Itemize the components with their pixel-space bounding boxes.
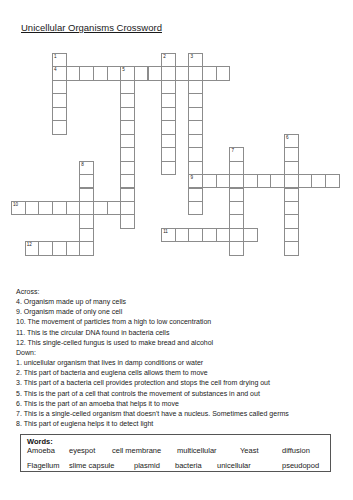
crossword-cell[interactable] xyxy=(66,66,81,80)
crossword-cell[interactable] xyxy=(120,147,135,161)
word-bank-item: pseudopod xyxy=(282,461,319,470)
crossword-cell[interactable] xyxy=(284,174,299,188)
crossword-cell[interactable] xyxy=(161,161,176,175)
crossword-cell[interactable] xyxy=(161,66,176,80)
crossword-cell[interactable] xyxy=(202,174,217,188)
crossword-cell[interactable] xyxy=(311,174,326,188)
crossword-cell[interactable] xyxy=(298,174,313,188)
crossword-cell[interactable] xyxy=(243,228,258,242)
word-bank-item: Yeast xyxy=(240,446,259,455)
crossword-cell[interactable] xyxy=(120,188,135,202)
crossword-cell[interactable] xyxy=(243,174,258,188)
crossword-cell[interactable] xyxy=(52,107,67,121)
crossword-cell[interactable] xyxy=(134,66,149,80)
crossword-cell[interactable] xyxy=(120,161,135,175)
clue-number: 6 xyxy=(286,135,289,141)
clue-number: 5 xyxy=(122,67,125,73)
crossword-cell[interactable] xyxy=(202,228,217,242)
word-bank-item: cell membrane xyxy=(112,446,161,455)
crossword-cell[interactable] xyxy=(120,93,135,107)
crossword-cell[interactable] xyxy=(161,80,176,94)
crossword-cell[interactable] xyxy=(107,66,122,80)
across-clues: Across: 4. Organism made up of many cell… xyxy=(16,287,213,348)
crossword-cell[interactable] xyxy=(66,201,81,215)
down-clue: 2. This part of bacteria and euglena cel… xyxy=(16,368,289,378)
crossword-cell[interactable] xyxy=(120,134,135,148)
crossword-cell[interactable] xyxy=(161,120,176,134)
crossword-cell[interactable] xyxy=(284,201,299,215)
crossword-cell[interactable] xyxy=(52,120,67,134)
crossword-cell[interactable] xyxy=(284,241,299,255)
clue-number: 9 xyxy=(190,175,193,181)
crossword-cell[interactable] xyxy=(325,174,340,188)
word-bank-item: unicellular xyxy=(217,461,251,470)
word-bank-item: bacteria xyxy=(175,461,202,470)
crossword-cell[interactable] xyxy=(202,66,217,80)
crossword-cell[interactable] xyxy=(229,188,244,202)
crossword-cell[interactable] xyxy=(188,120,203,134)
crossword-cell[interactable] xyxy=(120,80,135,94)
crossword-cell[interactable] xyxy=(188,188,203,202)
crossword-cell[interactable] xyxy=(284,188,299,202)
clue-number: 1 xyxy=(54,54,57,60)
crossword-cell[interactable] xyxy=(161,147,176,161)
crossword-cell[interactable] xyxy=(229,161,244,175)
crossword-cell[interactable] xyxy=(120,214,135,228)
crossword-cell[interactable]: 2 xyxy=(161,53,176,67)
crossword-cell[interactable] xyxy=(25,201,40,215)
crossword-cell[interactable] xyxy=(79,228,94,242)
crossword-cell[interactable] xyxy=(188,107,203,121)
crossword-cell[interactable] xyxy=(188,228,203,242)
crossword-cell[interactable] xyxy=(120,201,135,215)
word-bank-item: diffusion xyxy=(282,446,310,455)
worksheet-page: Unicellular Organisms Crossword 45910111… xyxy=(0,0,353,500)
crossword-cell[interactable] xyxy=(161,107,176,121)
crossword-cell[interactable]: 12 xyxy=(25,241,40,255)
down-clue: 1. unicellular organism that lives in da… xyxy=(16,358,289,368)
across-clue: 12. This single-celled fungus is used to… xyxy=(16,338,213,348)
crossword-cell[interactable] xyxy=(38,241,53,255)
crossword-cell[interactable] xyxy=(188,93,203,107)
crossword-cell[interactable] xyxy=(284,147,299,161)
down-clue: 5. This is the part of a cell that contr… xyxy=(16,389,289,399)
across-heading: Across: xyxy=(16,287,213,297)
clue-number: 7 xyxy=(231,148,234,154)
clue-number: 2 xyxy=(163,54,166,60)
crossword-cell[interactable]: 5 xyxy=(120,66,135,80)
crossword-cell[interactable] xyxy=(229,174,244,188)
crossword-cell[interactable] xyxy=(216,66,231,80)
down-clue: 7. This is a single-celled organism that… xyxy=(16,409,289,419)
word-bank-item: eyespot xyxy=(69,446,95,455)
crossword-cell[interactable] xyxy=(52,201,67,215)
crossword-cell[interactable] xyxy=(107,201,122,215)
crossword-cell[interactable] xyxy=(161,93,176,107)
across-clue: 9. Organism made of only one cell xyxy=(16,307,213,317)
crossword-cell[interactable] xyxy=(79,214,94,228)
crossword-cell[interactable] xyxy=(120,174,135,188)
crossword-cell[interactable] xyxy=(284,228,299,242)
crossword-cell[interactable] xyxy=(38,201,53,215)
crossword-cell[interactable] xyxy=(52,241,67,255)
page-title: Unicellular Organisms Crossword xyxy=(21,22,162,33)
crossword-cell[interactable] xyxy=(188,134,203,148)
clue-number: 4 xyxy=(54,67,57,73)
crossword-cell[interactable] xyxy=(66,241,81,255)
crossword-cell[interactable] xyxy=(120,120,135,134)
down-clue: 6. This is the part of an amoeba that he… xyxy=(16,399,289,409)
crossword-cell[interactable]: 11 xyxy=(161,228,176,242)
crossword-cell[interactable] xyxy=(284,214,299,228)
across-clue: 4. Organism made up of many cells xyxy=(16,297,213,307)
crossword-cell[interactable] xyxy=(284,161,299,175)
down-clue: 8. This part of euglena helps it to dete… xyxy=(16,419,289,429)
crossword-cell[interactable] xyxy=(148,66,163,80)
crossword-cell[interactable]: 9 xyxy=(188,174,203,188)
word-bank-item: Amoeba xyxy=(27,446,55,455)
crossword-cell[interactable] xyxy=(229,214,244,228)
crossword-cell[interactable] xyxy=(52,80,67,94)
crossword-cell[interactable] xyxy=(188,161,203,175)
crossword-cell[interactable]: 8 xyxy=(79,161,94,175)
crossword-cell[interactable] xyxy=(79,174,94,188)
crossword-cell[interactable] xyxy=(229,201,244,215)
across-clue: 11. This is the circular DNA found in ba… xyxy=(16,328,213,338)
crossword-cell[interactable] xyxy=(52,93,67,107)
crossword-cell[interactable] xyxy=(120,107,135,121)
crossword-cell[interactable] xyxy=(93,201,108,215)
crossword-cell[interactable] xyxy=(79,201,94,215)
crossword-cell[interactable] xyxy=(188,66,203,80)
crossword-cell[interactable] xyxy=(175,228,190,242)
crossword-cell[interactable] xyxy=(79,188,94,202)
crossword-cell[interactable] xyxy=(79,241,94,255)
clue-number: 12 xyxy=(27,242,32,248)
word-bank-item: plasmid xyxy=(134,461,160,470)
word-bank-heading: Words: xyxy=(27,437,53,446)
crossword-cell[interactable] xyxy=(188,80,203,94)
word-bank: Words: Amoebaeyespotcell membranemultice… xyxy=(20,434,331,472)
down-heading: Down: xyxy=(16,348,289,358)
crossword-cell[interactable] xyxy=(188,201,203,215)
crossword-cell[interactable]: 4 xyxy=(52,66,67,80)
word-bank-item: multicellular xyxy=(177,446,217,455)
crossword-cell[interactable] xyxy=(216,228,231,242)
clue-number: 11 xyxy=(163,229,168,235)
crossword-cell[interactable]: 6 xyxy=(284,134,299,148)
clue-number: 3 xyxy=(190,54,193,60)
crossword-cell[interactable] xyxy=(257,174,272,188)
crossword-cell[interactable] xyxy=(229,241,244,255)
crossword-cell[interactable] xyxy=(270,174,285,188)
across-clue: 10. The movement of particles from a hig… xyxy=(16,317,213,327)
crossword-cell[interactable]: 10 xyxy=(11,201,26,215)
clue-number: 10 xyxy=(13,202,18,208)
crossword-cell[interactable]: 3 xyxy=(188,53,203,67)
crossword-cell[interactable] xyxy=(93,66,108,80)
clue-number: 8 xyxy=(81,162,84,168)
crossword-cell[interactable] xyxy=(79,66,94,80)
crossword-cell[interactable] xyxy=(229,228,244,242)
crossword-cell[interactable] xyxy=(161,134,176,148)
crossword-cell[interactable] xyxy=(188,147,203,161)
crossword-cell[interactable]: 1 xyxy=(52,53,67,67)
down-clues: Down: 1. unicellular organism that lives… xyxy=(16,348,289,429)
word-bank-item: slime capsule xyxy=(69,461,114,470)
word-bank-item: Flagellum xyxy=(27,461,60,470)
crossword-cell[interactable] xyxy=(216,174,231,188)
down-clue: 3. This part of a bacteria cell provides… xyxy=(16,378,289,388)
crossword-cell[interactable] xyxy=(175,66,190,80)
crossword-cell[interactable]: 7 xyxy=(229,147,244,161)
